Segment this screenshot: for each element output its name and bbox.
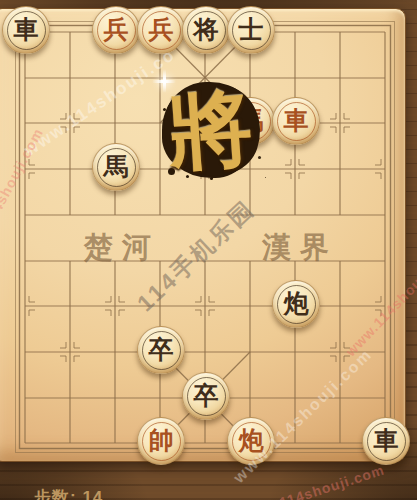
river-label-chuhe: 楚河 [84, 231, 160, 263]
piece-red-c10[interactable]: 兵 [92, 6, 140, 54]
piece-character: 士 [228, 7, 274, 53]
step-counter: 步数: 14 [34, 486, 103, 500]
piece-red-d1[interactable]: 帥 [137, 417, 185, 465]
check-stamp-character: 將 [159, 79, 261, 181]
piece-black-d3[interactable]: 卒 [137, 326, 185, 374]
piece-character: 車 [273, 98, 319, 144]
piece-character: 卒 [138, 327, 184, 373]
sparkle-effect-icon [152, 69, 176, 93]
piece-character: 車 [363, 418, 409, 464]
piece-character: 車 [3, 7, 49, 53]
piece-character: 炮 [273, 281, 319, 327]
board-lines [0, 0, 417, 500]
piece-black-g4[interactable]: 炮 [272, 280, 320, 328]
piece-red-d10[interactable]: 兵 [137, 6, 185, 54]
river-label-hanjie: 漢界 [262, 231, 338, 263]
piece-black-a10[interactable]: 車 [2, 6, 50, 54]
piece-black-e10[interactable]: 将 [182, 6, 230, 54]
piece-black-f10[interactable]: 士 [227, 6, 275, 54]
piece-character: 将 [183, 7, 229, 53]
board-grid [0, 0, 417, 500]
piece-character: 卒 [183, 373, 229, 419]
piece-character: 帥 [138, 418, 184, 464]
piece-black-i1[interactable]: 車 [362, 417, 410, 465]
piece-black-c7[interactable]: 馬 [92, 143, 140, 191]
xiangqi-game-screen: 楚河 漢界 車兵兵将士馬車馬炮卒卒帥炮車 將 步数: 14 www.114sho… [0, 0, 417, 500]
check-stamp: 將 [162, 82, 258, 178]
piece-red-g8[interactable]: 車 [272, 97, 320, 145]
piece-black-e2[interactable]: 卒 [182, 372, 230, 420]
piece-character: 馬 [93, 144, 139, 190]
piece-red-f1[interactable]: 炮 [227, 417, 275, 465]
piece-character: 兵 [93, 7, 139, 53]
piece-character: 炮 [228, 418, 274, 464]
piece-character: 兵 [138, 7, 184, 53]
